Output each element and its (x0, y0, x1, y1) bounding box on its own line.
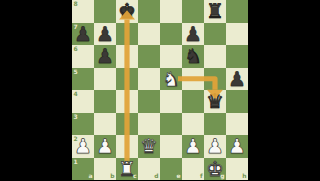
square-a6[interactable]: 6 (72, 45, 94, 68)
square-e1[interactable]: e (160, 158, 182, 181)
square-h5[interactable]: ♟ (226, 68, 248, 91)
rank-label-1: 1 (74, 159, 78, 165)
square-b5[interactable] (94, 68, 116, 91)
square-f6[interactable]: ♞ (182, 45, 204, 68)
square-d4[interactable] (138, 90, 160, 113)
square-f7[interactable]: ♟ (182, 23, 204, 46)
square-e3[interactable] (160, 113, 182, 136)
piece-black-knight-f6[interactable]: ♞ (182, 45, 204, 68)
square-c6[interactable] (116, 45, 138, 68)
square-e6[interactable] (160, 45, 182, 68)
piece-black-pawn-a7[interactable]: ♟ (72, 23, 94, 46)
rank-label-5: 5 (74, 69, 78, 75)
piece-black-queen-g4[interactable]: ♛ (204, 90, 226, 113)
square-h7[interactable] (226, 23, 248, 46)
square-h3[interactable] (226, 113, 248, 136)
square-g4[interactable]: ♛ (204, 90, 226, 113)
square-f4[interactable] (182, 90, 204, 113)
piece-black-pawn-h5[interactable]: ♟ (226, 68, 248, 91)
rank-label-4: 4 (74, 91, 78, 97)
rank-label-8: 8 (74, 1, 78, 7)
square-a7[interactable]: 7♟ (72, 23, 94, 46)
square-f3[interactable] (182, 113, 204, 136)
square-a2[interactable]: 2♟ (72, 135, 94, 158)
square-e4[interactable] (160, 90, 182, 113)
rank-label-3: 3 (74, 114, 78, 120)
file-label-b: b (110, 173, 114, 179)
letterbox-background: 8♚♜7♟♟♟6♟♞5♞♟4♛32♟♟♛♟♟♟1abc♜defg♚h (0, 0, 320, 180)
piece-black-king-c8[interactable]: ♚ (116, 0, 138, 23)
square-e5[interactable]: ♞ (160, 68, 182, 91)
square-b6[interactable]: ♟ (94, 45, 116, 68)
square-g7[interactable] (204, 23, 226, 46)
piece-white-pawn-g2[interactable]: ♟ (204, 135, 226, 158)
square-a8[interactable]: 8 (72, 0, 94, 23)
square-d7[interactable] (138, 23, 160, 46)
file-label-f: f (200, 173, 203, 179)
square-f2[interactable]: ♟ (182, 135, 204, 158)
square-a5[interactable]: 5 (72, 68, 94, 91)
square-b8[interactable] (94, 0, 116, 23)
square-c7[interactable] (116, 23, 138, 46)
square-h8[interactable] (226, 0, 248, 23)
piece-black-pawn-f7[interactable]: ♟ (182, 23, 204, 46)
square-g5[interactable] (204, 68, 226, 91)
piece-black-rook-g8[interactable]: ♜ (204, 0, 226, 23)
piece-white-pawn-a2[interactable]: ♟ (72, 135, 94, 158)
square-b3[interactable] (94, 113, 116, 136)
square-c1[interactable]: c♜ (116, 158, 138, 181)
rank-label-6: 6 (74, 46, 78, 52)
square-f5[interactable] (182, 68, 204, 91)
square-b1[interactable]: b (94, 158, 116, 181)
piece-white-pawn-f2[interactable]: ♟ (182, 135, 204, 158)
square-g1[interactable]: g♚ (204, 158, 226, 181)
square-a1[interactable]: 1a (72, 158, 94, 181)
square-c8[interactable]: ♚ (116, 0, 138, 23)
piece-white-pawn-h2[interactable]: ♟ (226, 135, 248, 158)
square-e8[interactable] (160, 0, 182, 23)
square-d6[interactable] (138, 45, 160, 68)
square-d8[interactable] (138, 0, 160, 23)
piece-white-knight-e5[interactable]: ♞ (160, 68, 182, 91)
square-e7[interactable] (160, 23, 182, 46)
square-c4[interactable] (116, 90, 138, 113)
file-label-h: h (242, 173, 246, 179)
square-a3[interactable]: 3 (72, 113, 94, 136)
square-d5[interactable] (138, 68, 160, 91)
chess-board[interactable]: 8♚♜7♟♟♟6♟♞5♞♟4♛32♟♟♛♟♟♟1abc♜defg♚h (72, 0, 248, 180)
square-g8[interactable]: ♜ (204, 0, 226, 23)
piece-white-pawn-b2[interactable]: ♟ (94, 135, 116, 158)
square-a4[interactable]: 4 (72, 90, 94, 113)
file-label-a: a (88, 173, 92, 179)
square-d1[interactable]: d (138, 158, 160, 181)
file-label-e: e (176, 173, 180, 179)
square-d3[interactable] (138, 113, 160, 136)
square-h6[interactable] (226, 45, 248, 68)
square-h2[interactable]: ♟ (226, 135, 248, 158)
square-b2[interactable]: ♟ (94, 135, 116, 158)
piece-black-pawn-b6[interactable]: ♟ (94, 45, 116, 68)
square-b7[interactable]: ♟ (94, 23, 116, 46)
square-h1[interactable]: h (226, 158, 248, 181)
square-e2[interactable] (160, 135, 182, 158)
piece-black-pawn-b7[interactable]: ♟ (94, 23, 116, 46)
square-c2[interactable] (116, 135, 138, 158)
square-c5[interactable] (116, 68, 138, 91)
piece-white-king-g1[interactable]: ♚ (204, 158, 226, 181)
square-c3[interactable] (116, 113, 138, 136)
piece-white-queen-d2[interactable]: ♛ (138, 135, 160, 158)
file-label-d: d (154, 173, 158, 179)
square-f8[interactable] (182, 0, 204, 23)
square-g3[interactable] (204, 113, 226, 136)
square-d2[interactable]: ♛ (138, 135, 160, 158)
square-b4[interactable] (94, 90, 116, 113)
square-g6[interactable] (204, 45, 226, 68)
square-g2[interactable]: ♟ (204, 135, 226, 158)
square-h4[interactable] (226, 90, 248, 113)
piece-white-rook-c1[interactable]: ♜ (116, 158, 138, 181)
square-f1[interactable]: f (182, 158, 204, 181)
